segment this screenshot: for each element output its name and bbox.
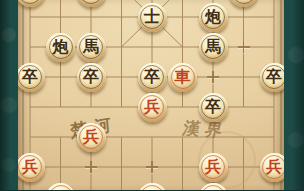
piece-black-soldier[interactable]: 卒 — [77, 63, 106, 92]
position-marker — [85, 161, 97, 173]
piece-black-cannon[interactable]: 炮 — [199, 3, 228, 32]
piece-red-unknown[interactable] — [46, 183, 75, 191]
piece-glyph: 兵 — [83, 129, 99, 145]
piece-ring — [49, 185, 73, 190]
piece-ring — [79, 0, 103, 4]
piece-glyph: 卒 — [266, 69, 282, 85]
piece-glyph: 兵 — [22, 159, 38, 175]
position-marker — [146, 161, 158, 173]
piece-glyph: 士 — [144, 9, 160, 25]
piece-red-unknown[interactable] — [138, 183, 167, 191]
piece-ring — [18, 0, 42, 4]
piece-glyph: 馬 — [83, 39, 99, 55]
piece-black-soldier[interactable]: 卒 — [16, 63, 45, 92]
piece-black-horse[interactable]: 馬 — [199, 33, 228, 62]
piece-red-soldier[interactable]: 兵 — [16, 153, 45, 182]
piece-glyph: 馬 — [205, 39, 221, 55]
piece-glyph: 卒 — [83, 69, 99, 85]
piece-black-advisor[interactable]: 士 — [138, 3, 167, 32]
piece-black-soldier[interactable]: 卒 — [199, 93, 228, 122]
piece-glyph: 炮 — [53, 39, 69, 55]
piece-ring — [201, 185, 225, 190]
position-marker — [207, 71, 219, 83]
piece-black-soldier[interactable]: 卒 — [138, 63, 167, 92]
piece-ring — [232, 0, 256, 4]
piece-glyph: 車 — [175, 69, 191, 85]
piece-black-unknown[interactable] — [77, 0, 106, 7]
piece-black-horse[interactable]: 馬 — [77, 33, 106, 62]
piece-ring — [140, 185, 164, 190]
piece-red-soldier[interactable]: 兵 — [199, 153, 228, 182]
piece-red-soldier[interactable]: 兵 — [138, 93, 167, 122]
side-band-left — [0, 0, 18, 190]
piece-glyph: 卒 — [205, 99, 221, 115]
piece-red-unknown[interactable] — [199, 183, 228, 191]
piece-glyph: 兵 — [205, 159, 221, 175]
piece-glyph: 兵 — [144, 99, 160, 115]
position-marker — [238, 41, 250, 53]
piece-glyph: 卒 — [22, 69, 38, 85]
xiangqi-app: 楚河 漢界 士炮炮馬馬卒卒卒車卒兵卒兵兵兵兵 — [0, 0, 304, 190]
piece-red-chariot[interactable]: 車 — [168, 63, 197, 92]
piece-black-cannon[interactable]: 炮 — [46, 33, 75, 62]
piece-red-soldier[interactable]: 兵 — [77, 123, 106, 152]
piece-black-unknown[interactable] — [16, 0, 45, 7]
piece-glyph: 兵 — [266, 159, 282, 175]
piece-black-unknown[interactable] — [229, 0, 258, 7]
piece-layer: 士炮炮馬馬卒卒卒車卒兵卒兵兵兵兵 — [0, 0, 304, 190]
piece-glyph: 卒 — [144, 69, 160, 85]
piece-glyph: 炮 — [205, 9, 221, 25]
side-band-right — [284, 0, 304, 190]
